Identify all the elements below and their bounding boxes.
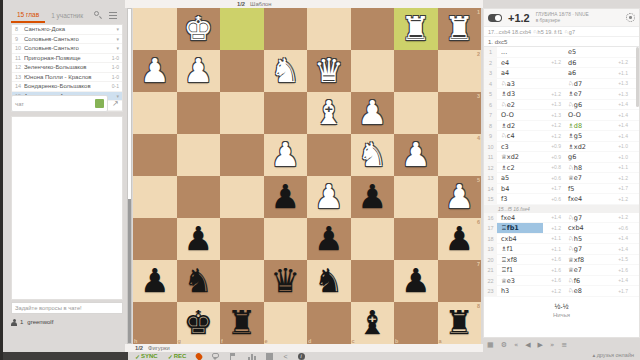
move-row-11: 11♕xd2+0.9g6+1.0 xyxy=(484,152,639,163)
square-b8[interactable]: b xyxy=(394,302,438,344)
white-move[interactable]: ♕e3 xyxy=(497,276,543,286)
spectator-name: greenwolf xyxy=(27,319,53,325)
white-queen[interactable]: ♛ xyxy=(307,50,351,92)
square-a8[interactable]: ♜8a xyxy=(438,302,482,344)
square-a7[interactable]: 7 xyxy=(438,260,482,302)
flag-icon[interactable] xyxy=(230,353,238,360)
move-row-4: 4♘a3♘d7+1.3 xyxy=(484,79,639,90)
black-eval: +1.1 xyxy=(610,164,631,170)
black-score: 1/2 xyxy=(237,1,245,7)
move-number: 3 xyxy=(484,68,497,78)
white-pawn[interactable]: ♟ xyxy=(177,50,221,92)
move-number: 2 xyxy=(484,58,497,68)
white-eval: +1.2 xyxy=(543,133,564,139)
square-a2[interactable]: 2 xyxy=(438,50,482,92)
white-move[interactable]: ♗d2 xyxy=(497,121,543,131)
white-move[interactable]: ♗c2 xyxy=(497,163,543,173)
share-icon[interactable]: < xyxy=(283,353,287,360)
square-h5[interactable] xyxy=(133,176,177,218)
move-number: 4 xyxy=(484,79,497,89)
move-row-19: 19♗f1+1.1♘g7+1.4 xyxy=(484,244,639,255)
thumbnails-icon[interactable]: ▦ xyxy=(487,341,494,350)
black-move[interactable]: ♘h5 xyxy=(564,234,610,244)
white-move[interactable]: e4 xyxy=(497,58,543,68)
black-eval: +0.6 xyxy=(610,225,631,231)
move-list: 1...e52e4+1.2d6+1.23a4a6+1.14♘a3♘d7+1.35… xyxy=(484,47,639,299)
square-a6[interactable]: ♟6 xyxy=(438,218,482,260)
square-e4[interactable]: ♟ xyxy=(264,134,308,176)
move-row-21: 21♖f1+1.6♕e7+1.6 xyxy=(484,265,639,276)
square-e3[interactable] xyxy=(264,92,308,134)
game-result: ½-½ xyxy=(484,299,639,310)
black-move[interactable]: ♗e7 xyxy=(564,89,610,99)
move-number: 15 xyxy=(484,194,497,204)
chapter-item-10[interactable]: 10Соловьев-Сантьяго▾ xyxy=(12,44,122,54)
white-move[interactable]: ♗d3 xyxy=(497,89,543,99)
move-row-1: 1...e5 xyxy=(484,47,639,58)
black-move[interactable]: ♗g5 xyxy=(564,131,610,141)
study-toolbar: ✓ SYNC ✓ REC < i xyxy=(125,352,483,360)
black-move[interactable]: fxe4 xyxy=(564,194,610,204)
white-eval: +0.8 xyxy=(543,164,564,170)
white-eval: +1.4 xyxy=(543,214,564,220)
rewind-start-icon[interactable]: « xyxy=(514,341,518,350)
white-move[interactable]: a5 xyxy=(497,173,543,183)
black-pawn[interactable]: ♟ xyxy=(438,218,482,260)
black-eval: +1.0 xyxy=(610,154,631,160)
black-eval: +1.4 xyxy=(610,112,631,118)
square-a3[interactable]: 3 xyxy=(438,92,482,134)
black-move[interactable]: d6 xyxy=(564,58,610,68)
chapter-item-9[interactable]: 9Соловьев-Сантьяго▾ xyxy=(12,35,122,45)
move-number: 19 xyxy=(484,244,497,254)
gear-icon[interactable] xyxy=(626,13,635,22)
square-e1[interactable] xyxy=(264,8,308,50)
black-eval: +1.4 xyxy=(610,235,631,241)
black-eval: +1.2 xyxy=(610,175,631,181)
white-bishop[interactable]: ♝ xyxy=(307,92,351,134)
coord-rank-2: 2 xyxy=(477,51,480,57)
engine-header: +1.2 ГЛУБИНА 18/78 · NNUE в браузере xyxy=(484,9,639,27)
black-move[interactable]: f5 xyxy=(564,184,610,194)
move-row-16: 16fxe4+1.4♘g7+1.2 xyxy=(484,213,639,224)
black-knight[interactable]: ♞ xyxy=(177,260,221,302)
white-pawn[interactable]: ♟ xyxy=(351,92,395,134)
square-h1[interactable] xyxy=(133,8,177,50)
white-move[interactable]: fxe4 xyxy=(497,213,543,223)
comment-box[interactable]: чат xyxy=(11,95,108,112)
black-move[interactable]: a6 xyxy=(564,68,610,78)
move-row-2: 2e4+1.2d6+1.2 xyxy=(484,58,639,69)
square-c8[interactable]: ♝c xyxy=(351,302,395,344)
sync-toggle[interactable]: ✓ SYNC xyxy=(135,353,158,360)
black-move[interactable]: e5 xyxy=(564,47,610,57)
move-number: 21 xyxy=(484,265,497,275)
board-editor-icon[interactable] xyxy=(266,353,273,360)
black-eval: +1.4 xyxy=(610,277,631,283)
white-eval: +1.7 xyxy=(543,185,564,191)
move-number: 17 xyxy=(484,223,497,233)
step-back-icon[interactable]: ◀ xyxy=(525,341,530,350)
white-move[interactable]: ♕xd2 xyxy=(497,152,543,162)
saved-indicator-icon xyxy=(95,99,104,108)
black-pawn[interactable]: ♟ xyxy=(394,260,438,302)
expand-icon[interactable]: ↗ xyxy=(112,99,119,108)
chapter-item-13[interactable]: 13Юнона Полли - Краслов1-0 xyxy=(12,73,122,83)
white-eval: +0.6 xyxy=(543,175,564,181)
black-bishop[interactable]: ♝ xyxy=(351,302,395,344)
square-f2[interactable] xyxy=(220,50,264,92)
black-move[interactable]: O-O xyxy=(564,110,610,120)
white-move[interactable]: a4 xyxy=(497,68,543,78)
black-eval: +1.4 xyxy=(610,133,631,139)
info-icon[interactable]: i xyxy=(298,353,305,360)
move-row-9: 9♘c4+1.2♗g5+1.4 xyxy=(484,131,639,142)
black-king[interactable]: ♚ xyxy=(177,302,221,344)
chapter-item-14[interactable]: 14Бондаренко-Большаков0-1 xyxy=(12,82,122,92)
square-f6[interactable] xyxy=(220,218,264,260)
black-rook[interactable]: ♜ xyxy=(220,302,264,344)
black-move[interactable]: ♕e7 xyxy=(564,265,610,275)
move-row-6: 6♘e2+1.3♘g6+1.4 xyxy=(484,100,639,111)
square-b5[interactable] xyxy=(394,176,438,218)
move-row-23: 23h3+1.2♘e8+1.7 xyxy=(484,286,639,297)
square-f4[interactable] xyxy=(220,134,264,176)
square-d7[interactable]: ♞ xyxy=(307,260,351,302)
black-pawn[interactable]: ♟ xyxy=(177,218,221,260)
square-c6[interactable] xyxy=(351,218,395,260)
square-b6[interactable] xyxy=(394,218,438,260)
move-number: 22 xyxy=(484,276,497,286)
black-move[interactable]: ♘d7 xyxy=(564,79,610,89)
white-eval: +0.9 xyxy=(543,154,564,160)
chart-icon[interactable] xyxy=(248,353,256,360)
white-move[interactable]: h3 xyxy=(497,286,543,296)
square-g4[interactable] xyxy=(177,134,221,176)
square-f5[interactable] xyxy=(220,176,264,218)
study-sidebar: 15 глав 1 участник 8Сантьяго-Дока▾9Солов… xyxy=(3,0,125,360)
black-move[interactable]: ♘g7 xyxy=(564,244,610,254)
move-number: 7 xyxy=(484,110,497,120)
square-c4[interactable]: ♞ xyxy=(351,134,395,176)
skip-end-icon[interactable]: » xyxy=(550,341,554,350)
square-e5[interactable]: ♟ xyxy=(264,176,308,218)
white-pawn[interactable]: ♟ xyxy=(264,134,308,176)
white-player-name: Фигурки xyxy=(148,345,170,351)
black-rook[interactable]: ♜ xyxy=(438,302,482,344)
white-rook[interactable]: ♜ xyxy=(438,8,482,50)
move-number: 18 xyxy=(484,234,497,244)
square-g1[interactable]: ♚ xyxy=(177,8,221,50)
move-row-18: 18cxb4+1.1♘h5+1.4 xyxy=(484,234,639,245)
square-h4[interactable] xyxy=(133,134,177,176)
square-e6[interactable] xyxy=(264,218,308,260)
person-icon xyxy=(11,319,17,326)
square-f3[interactable] xyxy=(220,92,264,134)
square-g6[interactable]: ♟ xyxy=(177,218,221,260)
move-number: 12 xyxy=(484,163,497,173)
engine-depth: ГЛУБИНА 18/78 · NNUE в браузере xyxy=(536,12,626,24)
white-eval: +1.1 xyxy=(543,235,564,241)
square-c7[interactable] xyxy=(351,260,395,302)
white-eval: +1.6 xyxy=(543,277,564,283)
black-eval: +1.5 xyxy=(610,256,631,262)
black-eval: +1.1 xyxy=(610,70,631,76)
square-c5[interactable]: ♟ xyxy=(351,176,395,218)
black-eval: +1.7 xyxy=(610,288,631,294)
square-e2[interactable]: ♞ xyxy=(264,50,308,92)
black-move[interactable]: ♕e7 xyxy=(564,173,610,183)
chat-messages[interactable] xyxy=(11,116,123,300)
black-eval: +1.2 xyxy=(610,214,631,220)
move-number: 10 xyxy=(484,142,497,152)
square-b7[interactable]: ♟ xyxy=(394,260,438,302)
square-g5[interactable] xyxy=(177,176,221,218)
analysis-panel: +1.2 ГЛУБИНА 18/78 · NNUE в браузере 17.… xyxy=(483,8,640,338)
black-player-bar: 1/2 Шаблон xyxy=(125,0,483,8)
black-player-name: Шаблон xyxy=(250,1,271,7)
white-knight[interactable]: ♞ xyxy=(351,134,395,176)
white-move[interactable]: ♘c4 xyxy=(497,131,543,141)
chat-input[interactable]: Задайте вопросы в чате! xyxy=(11,302,123,314)
chess-board: ♚♜♜1♟♟♞♛2♝♟3♟♞♟4♟♟♟♟5♟♟♟6♟♞♛♞♟7h♚g♜fed♝c… xyxy=(133,8,481,344)
black-queen[interactable]: ♛ xyxy=(264,260,308,302)
black-move[interactable]: ♕xf8 xyxy=(564,255,610,265)
rec-toggle[interactable]: ✓ REC xyxy=(168,353,187,360)
move-number: 6 xyxy=(484,100,497,110)
white-move[interactable]: c3 xyxy=(497,142,543,152)
black-move[interactable]: cxb4 xyxy=(564,223,610,233)
square-a4[interactable]: 4 xyxy=(438,134,482,176)
square-h7[interactable]: ♟ xyxy=(133,260,177,302)
spectators-row: 1 greenwolf xyxy=(11,317,123,327)
black-pawn[interactable]: ♟ xyxy=(307,218,351,260)
black-eval: +1.3 xyxy=(610,91,631,97)
move-number: 11 xyxy=(484,152,497,162)
black-move[interactable]: ♘e8 xyxy=(564,286,610,296)
scrollbar[interactable] xyxy=(636,47,639,107)
comment-text: чат xyxy=(15,101,95,107)
eval-gauge xyxy=(127,8,132,344)
engine-pv-line[interactable]: 17...cxb4 18.cxb4 ♘h5 19.♗f1 ♘g7 xyxy=(484,27,639,36)
black-move[interactable]: ♘g7 xyxy=(564,213,610,223)
white-eval: +1.3 xyxy=(543,101,564,107)
move-row-15: 15f3+0.6fxe4+1.2 xyxy=(484,194,639,205)
black-move[interactable]: g6 xyxy=(564,152,610,162)
menu-icon[interactable] xyxy=(107,10,119,21)
white-eval: +1.2 xyxy=(543,91,564,97)
search-icon[interactable] xyxy=(92,10,104,21)
white-move[interactable]: ♘e2 xyxy=(497,100,543,110)
coord-rank-6: 6 xyxy=(477,219,480,225)
playback-toolbar: ▦⚙«◀▶»≡ xyxy=(483,340,640,351)
white-move[interactable]: ♗f1 xyxy=(497,244,543,254)
black-move[interactable]: ♘g6 xyxy=(564,100,610,110)
square-g3[interactable] xyxy=(177,92,221,134)
chapter-item-8[interactable]: 8Сантьяго-Дока▾ xyxy=(12,25,122,35)
engine-toggle[interactable] xyxy=(488,14,502,22)
square-c2[interactable] xyxy=(351,50,395,92)
black-eval: +1.3 xyxy=(610,80,631,86)
chapter-item-12[interactable]: 12Зеленчико-Большаков1-0 xyxy=(12,63,122,73)
move-number: 14 xyxy=(484,184,497,194)
white-eval: +0.9 xyxy=(543,143,564,149)
black-pawn[interactable]: ♟ xyxy=(264,176,308,218)
move-number: 13 xyxy=(484,173,497,183)
square-h2[interactable]: ♟ xyxy=(133,50,177,92)
white-eval: +1.2 xyxy=(543,122,564,128)
move-row-10: 10c3+0.9♗xd2+1.0 xyxy=(484,142,639,153)
black-move[interactable]: ♗d8 xyxy=(564,121,610,131)
sidebar-tabs: 15 глав 1 участник xyxy=(11,8,123,23)
move-row-7: 7O-O+1.3O-O+1.4 xyxy=(484,110,639,121)
square-g8[interactable]: ♚g xyxy=(177,302,221,344)
coord-rank-8: 8 xyxy=(477,303,480,309)
move-number: 5 xyxy=(484,89,497,99)
white-move[interactable]: cxb4 xyxy=(497,234,543,244)
square-h8[interactable]: h xyxy=(133,302,177,344)
white-move[interactable]: O-O xyxy=(497,110,543,120)
white-rook[interactable]: ♜ xyxy=(394,8,438,50)
white-move[interactable]: f3 xyxy=(497,194,543,204)
square-g7[interactable]: ♞ xyxy=(177,260,221,302)
move-number: 1 xyxy=(484,47,497,57)
black-eval: +1.7 xyxy=(610,185,631,191)
move-row-17: 17♖fb1+1.2cxb4+0.6 xyxy=(484,223,639,234)
white-eval: +1.1 xyxy=(543,246,564,252)
square-g2[interactable]: ♟ xyxy=(177,50,221,92)
square-a1[interactable]: ♜1 xyxy=(438,8,482,50)
white-score: 1/2 xyxy=(135,345,143,351)
white-player-bar: 1/2 Фигурки xyxy=(125,344,483,352)
move-number: 23 xyxy=(484,286,497,296)
black-eval: +1.2 xyxy=(610,59,631,65)
black-eval: +1.4 xyxy=(610,122,631,128)
settings-gear-icon[interactable]: ⚙ xyxy=(501,341,507,350)
coord-rank-1: 1 xyxy=(477,9,480,15)
tab-chapters[interactable]: 15 глав xyxy=(11,9,45,23)
black-pawn[interactable]: ♟ xyxy=(133,260,177,302)
white-pawn[interactable]: ♟ xyxy=(394,134,438,176)
coord-rank-7: 7 xyxy=(477,261,480,267)
game-result-text: Ничья xyxy=(484,310,639,318)
move-number: 8 xyxy=(484,121,497,131)
square-h6[interactable] xyxy=(133,218,177,260)
move-row-12: 12♗c2+0.8♘h8+1.1 xyxy=(484,163,639,174)
black-eval: +1.4 xyxy=(610,101,631,107)
square-h3[interactable] xyxy=(133,92,177,134)
square-c1[interactable] xyxy=(351,8,395,50)
menu-lines-icon[interactable]: ≡ xyxy=(561,341,567,350)
square-b2[interactable] xyxy=(394,50,438,92)
square-b3[interactable] xyxy=(394,92,438,134)
white-pawn[interactable]: ♟ xyxy=(307,176,351,218)
white-move[interactable]: ♖f1 xyxy=(497,265,543,275)
coord-rank-5: 5 xyxy=(477,177,480,183)
black-eval: +1.4 xyxy=(610,246,631,252)
square-d3[interactable]: ♝ xyxy=(307,92,351,134)
square-d5[interactable]: ♟ xyxy=(307,176,351,218)
black-move[interactable]: ♘h8 xyxy=(564,163,610,173)
white-king[interactable]: ♚ xyxy=(177,8,221,50)
black-move[interactable]: ♘f6 xyxy=(564,276,610,286)
white-move[interactable]: ... xyxy=(497,47,543,57)
lichess-study-page: 15 глав 1 участник 8Сантьяго-Дока▾9Солов… xyxy=(0,0,640,360)
black-move[interactable]: ♗xd2 xyxy=(564,142,610,152)
move-number: 9 xyxy=(484,131,497,141)
variation-line[interactable]: 15...f5 16.fxe4 xyxy=(484,205,639,213)
friends-online-dropdown[interactable]: ▴ друзья онлайн xyxy=(520,352,638,360)
square-f1[interactable] xyxy=(220,8,264,50)
move-row-8: 8♗d2+1.2♗d8+1.4 xyxy=(484,121,639,132)
white-eval: +1.6 xyxy=(543,267,564,273)
square-b4[interactable]: ♟ xyxy=(394,134,438,176)
chapter-item-11[interactable]: 11Пригорная-Позвище1-0 xyxy=(12,54,122,64)
black-eval: +1.6 xyxy=(610,267,631,273)
move-row-13: 13a5+0.6♕e7+1.2 xyxy=(484,173,639,184)
square-d8[interactable]: d xyxy=(307,302,351,344)
white-pawn[interactable]: ♟ xyxy=(133,50,177,92)
square-d6[interactable]: ♟ xyxy=(307,218,351,260)
square-f8[interactable]: ♜f xyxy=(220,302,264,344)
bottom-strip xyxy=(3,352,128,360)
white-move[interactable]: ♘a3 xyxy=(497,79,543,89)
square-a5[interactable]: ♟5 xyxy=(438,176,482,218)
chat-bubble-icon[interactable] xyxy=(212,353,220,360)
white-move[interactable]: ♖xf8 xyxy=(497,255,543,265)
white-eval: +1.6 xyxy=(543,256,564,262)
white-pawn[interactable]: ♟ xyxy=(438,176,482,218)
square-d2[interactable]: ♛ xyxy=(307,50,351,92)
engine-eval: +1.2 xyxy=(508,12,530,24)
square-e7[interactable]: ♛ xyxy=(264,260,308,302)
spectator-count: 1 xyxy=(20,319,23,325)
square-d1[interactable] xyxy=(307,8,351,50)
move-number: 16 xyxy=(484,213,497,223)
move-row-22: 22♕e3+1.6♘f6+1.4 xyxy=(484,276,639,287)
white-eval: +1.3 xyxy=(543,112,564,118)
black-eval: +1.2 xyxy=(610,196,631,202)
step-forward-icon[interactable]: ▶ xyxy=(538,341,543,350)
black-knight[interactable]: ♞ xyxy=(307,260,351,302)
square-e8[interactable]: e xyxy=(264,302,308,344)
square-d4[interactable] xyxy=(307,134,351,176)
square-f7[interactable] xyxy=(220,260,264,302)
white-knight[interactable]: ♞ xyxy=(264,50,308,92)
white-eval: +0.6 xyxy=(543,196,564,202)
tab-members[interactable]: 1 участник xyxy=(45,10,89,22)
white-move[interactable]: b4 xyxy=(497,184,543,194)
move-row-20: 20♖xf8+1.6♕xf8+1.5 xyxy=(484,255,639,266)
square-c3[interactable]: ♟ xyxy=(351,92,395,134)
move-number: 20 xyxy=(484,255,497,265)
black-eval: +1.0 xyxy=(610,143,631,149)
move-row-5: 5♗d3+1.2♗e7+1.3 xyxy=(484,89,639,100)
white-move[interactable]: ♖fb1 xyxy=(497,223,543,233)
engine-line-preview[interactable]: 1. dxc5 xyxy=(484,36,639,47)
analysis-flame-icon[interactable] xyxy=(195,351,204,360)
white-eval: +1.2 xyxy=(543,225,564,231)
coord-rank-4: 4 xyxy=(477,135,480,141)
black-pawn[interactable]: ♟ xyxy=(351,176,395,218)
move-row-3: 3a4a6+1.1 xyxy=(484,68,639,79)
white-eval: +1.2 xyxy=(543,59,564,65)
white-eval: +1.2 xyxy=(543,288,564,294)
square-b1[interactable]: ♜ xyxy=(394,8,438,50)
coord-rank-3: 3 xyxy=(477,93,480,99)
move-row-14: 14b4+1.7f5+1.7 xyxy=(484,184,639,195)
